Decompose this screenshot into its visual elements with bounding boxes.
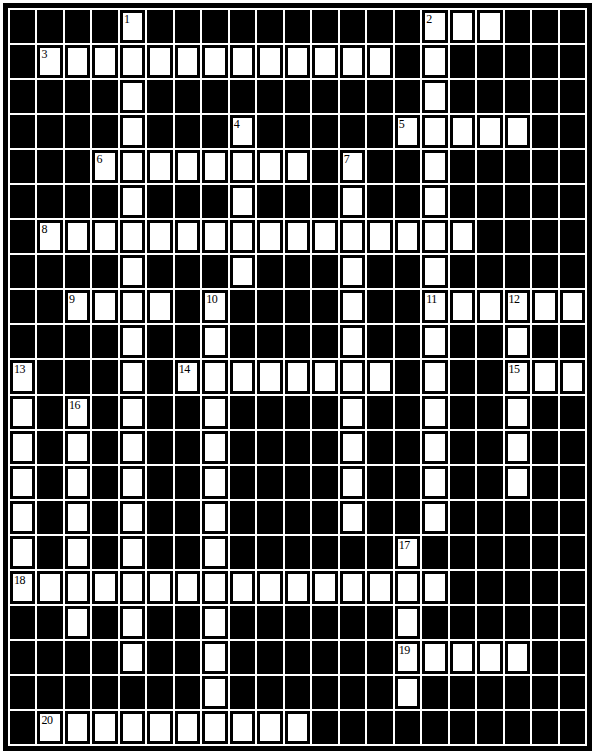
cell-r11-c7[interactable]: [202, 396, 227, 429]
cell-r3-c18[interactable]: [505, 115, 530, 148]
cell-r17-c3: [92, 606, 117, 639]
cell-r16-c14[interactable]: [395, 571, 420, 604]
cell-r19-c7[interactable]: [202, 676, 227, 709]
cell-r20-c5[interactable]: [147, 711, 172, 744]
cell-r12-c14: [395, 431, 420, 464]
cell-r4-c10[interactable]: [285, 150, 310, 183]
answer-box: 1: [121, 11, 144, 42]
cell-r10-c20[interactable]: [560, 360, 585, 393]
cell-r5-c13: [367, 185, 392, 218]
cell-r3-c14[interactable]: 5: [395, 115, 420, 148]
answer-box: [121, 432, 144, 463]
cell-r1-c0: [10, 45, 35, 78]
cell-r8-c3[interactable]: [92, 290, 117, 323]
cell-r13-c1: [37, 466, 62, 499]
cell-r20-c10[interactable]: [285, 711, 310, 744]
cell-r10-c19[interactable]: [532, 360, 557, 393]
cell-r5-c15[interactable]: [422, 185, 447, 218]
cell-r12-c9: [257, 431, 282, 464]
answer-box: [258, 221, 281, 252]
cell-r9-c20: [560, 325, 585, 358]
cell-r4-c7[interactable]: [202, 150, 227, 183]
cell-r6-c6[interactable]: [175, 220, 200, 253]
cell-r9-c13: [367, 325, 392, 358]
cell-r13-c15[interactable]: [422, 466, 447, 499]
cell-r18-c15[interactable]: [422, 641, 447, 674]
cell-r6-c13[interactable]: [367, 220, 392, 253]
cell-r20-c6[interactable]: [175, 711, 200, 744]
cell-r7-c14: [395, 255, 420, 288]
cell-r6-c4[interactable]: [120, 220, 145, 253]
cell-r2-c18: [505, 80, 530, 113]
cell-r18-c9: [257, 641, 282, 674]
answer-box: 18: [11, 572, 34, 603]
cell-r5-c12[interactable]: [340, 185, 365, 218]
cell-r7-c15[interactable]: [422, 255, 447, 288]
cell-r15-c4[interactable]: [120, 536, 145, 569]
answer-box: [176, 221, 199, 252]
cell-r19-c6: [175, 676, 200, 709]
cell-r1-c10[interactable]: [285, 45, 310, 78]
answer-box: [341, 46, 364, 77]
cell-r8-c19[interactable]: [532, 290, 557, 323]
cell-r3-c17[interactable]: [477, 115, 502, 148]
cell-r6-c8[interactable]: [230, 220, 255, 253]
cell-r18-c8: [230, 641, 255, 674]
answer-box: [286, 572, 309, 603]
cell-r3-c10: [285, 115, 310, 148]
cell-r5-c0: [10, 185, 35, 218]
cell-r17-c14[interactable]: [395, 606, 420, 639]
cell-r19-c14[interactable]: [395, 676, 420, 709]
cell-r14-c4[interactable]: [120, 501, 145, 534]
cell-r2-c1: [37, 80, 62, 113]
cell-r12-c2[interactable]: [65, 431, 90, 464]
cell-r17-c17: [477, 606, 502, 639]
answer-box: [11, 537, 34, 568]
cell-r10-c17: [477, 360, 502, 393]
cell-r9-c10: [285, 325, 310, 358]
cell-r18-c18[interactable]: [505, 641, 530, 674]
cell-r20-c1[interactable]: 20: [37, 711, 62, 744]
cell-r11-c9: [257, 396, 282, 429]
cell-r6-c10[interactable]: [285, 220, 310, 253]
cell-r16-c8[interactable]: [230, 571, 255, 604]
cell-r12-c17: [477, 431, 502, 464]
answer-box: [148, 221, 171, 252]
cell-r20-c17: [477, 711, 502, 744]
cell-r15-c7[interactable]: [202, 536, 227, 569]
cell-r17-c20: [560, 606, 585, 639]
cell-r7-c12[interactable]: [340, 255, 365, 288]
cell-r10-c11[interactable]: [312, 360, 337, 393]
cell-r9-c4[interactable]: [120, 325, 145, 358]
cell-r18-c14[interactable]: 19: [395, 641, 420, 674]
cell-r15-c10: [285, 536, 310, 569]
cell-r20-c8[interactable]: [230, 711, 255, 744]
answer-box: [66, 432, 89, 463]
cell-r16-c2[interactable]: [65, 571, 90, 604]
cell-r18-c16[interactable]: [450, 641, 475, 674]
cell-r6-c15[interactable]: [422, 220, 447, 253]
cell-r18-c19: [532, 641, 557, 674]
clue-number: 17: [399, 538, 410, 552]
cell-r11-c4[interactable]: [120, 396, 145, 429]
cell-r16-c13[interactable]: [367, 571, 392, 604]
cell-r17-c18: [505, 606, 530, 639]
cell-r11-c10: [285, 396, 310, 429]
cell-r19-c11: [312, 676, 337, 709]
cell-r11-c0[interactable]: [10, 396, 35, 429]
cell-r0-c6: [175, 10, 200, 43]
cell-r8-c4[interactable]: [120, 290, 145, 323]
answer-box: [258, 46, 281, 77]
cell-r8-c12[interactable]: [340, 290, 365, 323]
cell-r4-c4[interactable]: [120, 150, 145, 183]
cell-r6-c11[interactable]: [312, 220, 337, 253]
cell-r14-c2[interactable]: [65, 501, 90, 534]
cell-r3-c16[interactable]: [450, 115, 475, 148]
cell-r6-c16[interactable]: [450, 220, 475, 253]
answer-box: [313, 361, 336, 392]
cell-r4-c9[interactable]: [257, 150, 282, 183]
cell-r1-c3[interactable]: [92, 45, 117, 78]
answer-box: 6: [93, 151, 116, 182]
cell-r7-c8[interactable]: [230, 255, 255, 288]
cell-r20-c7[interactable]: [202, 711, 227, 744]
cell-r11-c2[interactable]: 16: [65, 396, 90, 429]
answer-box: [258, 712, 281, 743]
cell-r8-c17[interactable]: [477, 290, 502, 323]
cell-r20-c4[interactable]: [120, 711, 145, 744]
cell-r14-c15[interactable]: [422, 501, 447, 534]
cell-r10-c0[interactable]: 13: [10, 360, 35, 393]
cell-r18-c7[interactable]: [202, 641, 227, 674]
cell-r10-c18[interactable]: 15: [505, 360, 530, 393]
cell-r12-c0[interactable]: [10, 431, 35, 464]
cell-r2-c4[interactable]: [120, 80, 145, 113]
cell-r8-c5[interactable]: [147, 290, 172, 323]
answer-box: [203, 397, 226, 428]
answer-box: 9: [66, 291, 89, 322]
cell-r3-c4[interactable]: [120, 115, 145, 148]
answer-box: [341, 361, 364, 392]
cell-r6-c14[interactable]: [395, 220, 420, 253]
cell-r15-c8: [230, 536, 255, 569]
cell-r18-c5: [147, 641, 172, 674]
cell-r6-c2[interactable]: [65, 220, 90, 253]
cell-r20-c3[interactable]: [92, 711, 117, 744]
answer-box: [66, 572, 89, 603]
cell-r8-c15[interactable]: 11: [422, 290, 447, 323]
cell-r10-c15[interactable]: [422, 360, 447, 393]
cell-r18-c17[interactable]: [477, 641, 502, 674]
cell-r14-c12[interactable]: [340, 501, 365, 534]
cell-r6-c7[interactable]: [202, 220, 227, 253]
answer-box: [203, 502, 226, 533]
cell-r4-c3[interactable]: 6: [92, 150, 117, 183]
cell-r0-c17[interactable]: [477, 10, 502, 43]
cell-r18-c3: [92, 641, 117, 674]
cell-r16-c5[interactable]: [147, 571, 172, 604]
cell-r12-c20: [560, 431, 585, 464]
answer-box: 16: [66, 397, 89, 428]
cell-r13-c12[interactable]: [340, 466, 365, 499]
cell-r9-c18[interactable]: [505, 325, 530, 358]
answer-box: [93, 572, 116, 603]
answer-box: [478, 116, 501, 147]
answer-box: [423, 432, 446, 463]
answer-box: 7: [341, 151, 364, 182]
cell-r12-c1: [37, 431, 62, 464]
answer-box: [11, 502, 34, 533]
cell-r1-c7[interactable]: [202, 45, 227, 78]
answer-box: [121, 361, 144, 392]
cell-r11-c6: [175, 396, 200, 429]
cell-r11-c12[interactable]: [340, 396, 365, 429]
clue-number: 14: [179, 362, 190, 376]
cell-r20-c14: [395, 711, 420, 744]
cell-r2-c5: [147, 80, 172, 113]
cell-r1-c11[interactable]: [312, 45, 337, 78]
answer-box: [121, 221, 144, 252]
cell-r5-c8[interactable]: [230, 185, 255, 218]
cell-r0-c10: [285, 10, 310, 43]
cell-r5-c4[interactable]: [120, 185, 145, 218]
cell-r13-c4[interactable]: [120, 466, 145, 499]
cell-r13-c7[interactable]: [202, 466, 227, 499]
cell-r8-c18[interactable]: 12: [505, 290, 530, 323]
cell-r12-c15[interactable]: [422, 431, 447, 464]
cell-r10-c6[interactable]: 14: [175, 360, 200, 393]
cell-r8-c20[interactable]: [560, 290, 585, 323]
crossword-page: 1234567891011121314151617181920: [0, 0, 595, 754]
answer-box: [148, 46, 171, 77]
answer-box: [478, 642, 501, 673]
cell-r16-c9[interactable]: [257, 571, 282, 604]
cell-r9-c9: [257, 325, 282, 358]
cell-r15-c0[interactable]: [10, 536, 35, 569]
cell-r14-c11: [312, 501, 337, 534]
cell-r10-c9[interactable]: [257, 360, 282, 393]
cell-r0-c2: [65, 10, 90, 43]
cell-r2-c15[interactable]: [422, 80, 447, 113]
cell-r3-c8[interactable]: 4: [230, 115, 255, 148]
cell-r9-c12[interactable]: [340, 325, 365, 358]
cell-r17-c4[interactable]: [120, 606, 145, 639]
cell-r12-c18[interactable]: [505, 431, 530, 464]
answer-box: [423, 642, 446, 673]
cell-r6-c9[interactable]: [257, 220, 282, 253]
answer-box: [203, 712, 226, 743]
cell-r7-c0: [10, 255, 35, 288]
cell-r1-c5[interactable]: [147, 45, 172, 78]
cell-r9-c7[interactable]: [202, 325, 227, 358]
cell-r6-c0: [10, 220, 35, 253]
answer-box: [368, 361, 391, 392]
answer-box: [396, 572, 419, 603]
cell-r1-c6[interactable]: [175, 45, 200, 78]
answer-box: [258, 151, 281, 182]
answer-box: 17: [396, 537, 419, 568]
cell-r12-c3: [92, 431, 117, 464]
answer-box: [66, 537, 89, 568]
cell-r10-c4[interactable]: [120, 360, 145, 393]
cell-r11-c15[interactable]: [422, 396, 447, 429]
cell-r4-c15[interactable]: [422, 150, 447, 183]
answer-box: [121, 326, 144, 357]
cell-r6-c5[interactable]: [147, 220, 172, 253]
cell-r1-c2[interactable]: [65, 45, 90, 78]
cell-r7-c1: [37, 255, 62, 288]
cell-r17-c7[interactable]: [202, 606, 227, 639]
cell-r17-c2[interactable]: [65, 606, 90, 639]
cell-r1-c13[interactable]: [367, 45, 392, 78]
cell-r0-c15[interactable]: 2: [422, 10, 447, 43]
cell-r9-c15[interactable]: [422, 325, 447, 358]
cell-r2-c8: [230, 80, 255, 113]
clue-number: 8: [41, 222, 47, 236]
answer-box: [313, 46, 336, 77]
cell-r19-c20: [560, 676, 585, 709]
cell-r8-c16[interactable]: [450, 290, 475, 323]
answer-box: [231, 256, 254, 287]
cell-r8-c7[interactable]: 10: [202, 290, 227, 323]
cell-r1-c15[interactable]: [422, 45, 447, 78]
cell-r8-c2[interactable]: 9: [65, 290, 90, 323]
cell-r18-c4[interactable]: [120, 641, 145, 674]
answer-box: [231, 572, 254, 603]
cell-r6-c12[interactable]: [340, 220, 365, 253]
cell-r16-c12[interactable]: [340, 571, 365, 604]
cell-r15-c6: [175, 536, 200, 569]
cell-r8-c14: [395, 290, 420, 323]
cell-r13-c18[interactable]: [505, 466, 530, 499]
cell-r13-c0[interactable]: [10, 466, 35, 499]
cell-r12-c7[interactable]: [202, 431, 227, 464]
cell-r3-c15[interactable]: [422, 115, 447, 148]
cell-r10-c10[interactable]: [285, 360, 310, 393]
cell-r14-c0[interactable]: [10, 501, 35, 534]
cell-r0-c13: [367, 10, 392, 43]
cell-r10-c13[interactable]: [367, 360, 392, 393]
cell-r16-c7[interactable]: [202, 571, 227, 604]
cell-r2-c0: [10, 80, 35, 113]
cell-r12-c13: [367, 431, 392, 464]
cell-r3-c20: [560, 115, 585, 148]
cell-r20-c2[interactable]: [65, 711, 90, 744]
cell-r4-c5[interactable]: [147, 150, 172, 183]
answer-box: [231, 221, 254, 252]
cell-r4-c8[interactable]: [230, 150, 255, 183]
cell-r16-c6[interactable]: [175, 571, 200, 604]
cell-r16-c10[interactable]: [285, 571, 310, 604]
cell-r8-c13: [367, 290, 392, 323]
answer-box: [451, 221, 474, 252]
cell-r16-c0[interactable]: 18: [10, 571, 35, 604]
cell-r1-c12[interactable]: [340, 45, 365, 78]
cell-r13-c3: [92, 466, 117, 499]
cell-r20-c9[interactable]: [257, 711, 282, 744]
cell-r0-c4[interactable]: 1: [120, 10, 145, 43]
cell-r15-c14[interactable]: 17: [395, 536, 420, 569]
cell-r7-c7: [202, 255, 227, 288]
cell-r2-c9: [257, 80, 282, 113]
answer-box: [11, 397, 34, 428]
answer-box: [478, 11, 501, 42]
cell-r6-c3[interactable]: [92, 220, 117, 253]
clue-number: 15: [509, 362, 520, 376]
cell-r16-c11[interactable]: [312, 571, 337, 604]
cell-r10-c1: [37, 360, 62, 393]
cell-r0-c16[interactable]: [450, 10, 475, 43]
cell-r9-c6: [175, 325, 200, 358]
cell-r5-c11: [312, 185, 337, 218]
cell-r6-c1[interactable]: 8: [37, 220, 62, 253]
cell-r10-c8[interactable]: [230, 360, 255, 393]
answer-box: [203, 221, 226, 252]
cell-r10-c7[interactable]: [202, 360, 227, 393]
cell-r4-c14: [395, 150, 420, 183]
answer-box: 11: [423, 291, 446, 322]
cell-r16-c1[interactable]: [37, 571, 62, 604]
cell-r16-c4[interactable]: [120, 571, 145, 604]
answer-box: [121, 81, 144, 112]
cell-r16-c3[interactable]: [92, 571, 117, 604]
cell-r12-c4[interactable]: [120, 431, 145, 464]
answer-box: [423, 46, 446, 77]
cell-r10-c12[interactable]: [340, 360, 365, 393]
cell-r11-c17: [477, 396, 502, 429]
cell-r17-c12: [340, 606, 365, 639]
cell-r7-c4[interactable]: [120, 255, 145, 288]
answer-box: [203, 432, 226, 463]
cell-r4-c12[interactable]: 7: [340, 150, 365, 183]
answer-box: [341, 326, 364, 357]
cell-r11-c18[interactable]: [505, 396, 530, 429]
cell-r14-c7[interactable]: [202, 501, 227, 534]
cell-r16-c15[interactable]: [422, 571, 447, 604]
cell-r18-c12: [340, 641, 365, 674]
cell-r14-c3: [92, 501, 117, 534]
answer-box: [231, 712, 254, 743]
answer-box: [66, 221, 89, 252]
cell-r5-c14: [395, 185, 420, 218]
clue-number: 6: [96, 152, 102, 166]
cell-r1-c9[interactable]: [257, 45, 282, 78]
cell-r1-c1[interactable]: 3: [37, 45, 62, 78]
cell-r19-c19: [532, 676, 557, 709]
cell-r4-c13: [367, 150, 392, 183]
cell-r13-c2[interactable]: [65, 466, 90, 499]
cell-r4-c6[interactable]: [175, 150, 200, 183]
clue-number: 4: [234, 117, 240, 131]
cell-r15-c18: [505, 536, 530, 569]
cell-r2-c13: [367, 80, 392, 113]
cell-r15-c3: [92, 536, 117, 569]
cell-r12-c12[interactable]: [340, 431, 365, 464]
cell-r15-c2[interactable]: [65, 536, 90, 569]
cell-r1-c8[interactable]: [230, 45, 255, 78]
cell-r8-c0: [10, 290, 35, 323]
cell-r13-c19: [532, 466, 557, 499]
cell-r4-c2: [65, 150, 90, 183]
cell-r1-c4[interactable]: [120, 45, 145, 78]
clue-number: 9: [69, 292, 75, 306]
cell-r8-c11: [312, 290, 337, 323]
cell-r2-c12: [340, 80, 365, 113]
cell-r19-c18: [505, 676, 530, 709]
